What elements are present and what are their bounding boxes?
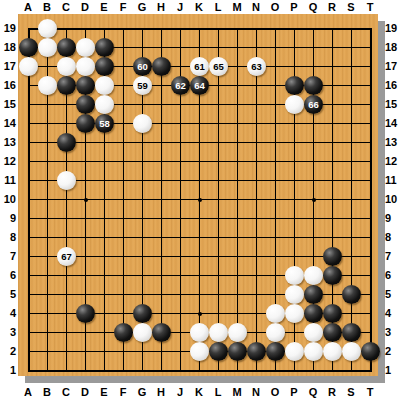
stone-white-O4 [266,304,285,323]
row-label-left-11: 11 [0,174,16,186]
grid-line-v [123,28,124,372]
stone-white-G3 [133,323,152,342]
row-label-left-2: 2 [0,345,16,357]
col-label-top-E: E [95,1,113,13]
stone-black-M2 [228,342,247,361]
col-label-bottom-N: N [247,386,265,398]
stone-white-Q2 [304,342,323,361]
row-label-right-14: 14 [385,117,400,129]
go-diagram: 60616563596264665867 AABBCCDDEEFFGGHHJJK… [0,0,400,400]
grid-line-h [28,142,372,143]
stone-black-Q15-move-66: 66 [304,95,323,114]
col-label-top-N: N [247,1,265,13]
row-label-left-13: 13 [0,136,16,148]
col-label-top-A: A [19,1,37,13]
col-label-bottom-P: P [285,386,303,398]
row-label-right-12: 12 [385,155,400,167]
row-label-left-16: 16 [0,79,16,91]
row-label-left-15: 15 [0,98,16,110]
row-label-left-1: 1 [0,364,16,376]
star-point-K4 [198,312,202,316]
stone-white-K2 [190,342,209,361]
col-label-bottom-K: K [190,386,208,398]
stone-white-L17-move-65: 65 [209,57,228,76]
col-label-bottom-S: S [342,386,360,398]
row-label-right-4: 4 [385,307,400,319]
stone-black-R7 [323,247,342,266]
stone-white-B19 [38,19,57,38]
col-label-bottom-T: T [361,386,379,398]
row-label-right-11: 11 [385,174,400,186]
grid-line-v [256,28,257,372]
stone-white-S2 [342,342,361,361]
col-label-bottom-G: G [133,386,151,398]
grid-line-h [28,161,372,162]
stone-black-J16-move-62: 62 [171,76,190,95]
row-label-right-7: 7 [385,250,400,262]
row-label-left-4: 4 [0,307,16,319]
row-label-right-17: 17 [385,60,400,72]
row-label-right-13: 13 [385,136,400,148]
col-label-top-M: M [228,1,246,13]
stone-black-C16 [57,76,76,95]
star-point-D10 [84,198,88,202]
stone-black-K16-move-64: 64 [190,76,209,95]
row-label-left-5: 5 [0,288,16,300]
grid-line-v [218,28,219,372]
col-label-top-K: K [190,1,208,13]
stone-white-C11 [57,171,76,190]
col-label-top-R: R [323,1,341,13]
stone-black-E17 [95,57,114,76]
col-label-top-D: D [76,1,94,13]
stone-black-A18 [19,38,38,57]
row-label-left-12: 12 [0,155,16,167]
row-label-left-6: 6 [0,269,16,281]
stone-black-F3 [114,323,133,342]
stone-black-Q16 [304,76,323,95]
grid-line-h [28,218,372,219]
col-label-top-P: P [285,1,303,13]
stone-black-G17-move-60: 60 [133,57,152,76]
row-label-right-10: 10 [385,193,400,205]
col-label-top-T: T [361,1,379,13]
star-point-K10 [198,198,202,202]
col-label-bottom-A: A [19,386,37,398]
col-label-top-H: H [152,1,170,13]
grid-line-h [28,180,372,181]
stone-black-C13 [57,133,76,152]
stone-black-G4 [133,304,152,323]
stone-black-Q5 [304,285,323,304]
row-label-right-16: 16 [385,79,400,91]
grid-line-v [161,28,162,372]
grid-line-v [28,28,30,372]
row-label-right-18: 18 [385,41,400,53]
col-label-bottom-H: H [152,386,170,398]
row-label-right-2: 2 [385,345,400,357]
stone-white-C7-move-67: 67 [57,247,76,266]
stone-white-Q3 [304,323,323,342]
col-label-bottom-F: F [114,386,132,398]
stone-black-L2 [209,342,228,361]
stone-white-N17-move-63: 63 [247,57,266,76]
grid-line-v [351,28,352,372]
stone-black-C18 [57,38,76,57]
col-label-top-C: C [57,1,75,13]
col-label-bottom-L: L [209,386,227,398]
stone-black-R3 [323,323,342,342]
col-label-top-L: L [209,1,227,13]
star-point-Q10 [312,198,316,202]
col-label-top-G: G [133,1,151,13]
col-label-bottom-D: D [76,386,94,398]
stone-white-C17 [57,57,76,76]
grid-line-h [28,370,372,372]
row-label-right-5: 5 [385,288,400,300]
row-label-right-1: 1 [385,364,400,376]
row-label-left-7: 7 [0,250,16,262]
stone-white-P15 [285,95,304,114]
stone-black-O2 [266,342,285,361]
stone-white-K17-move-61: 61 [190,57,209,76]
grid-line-v [370,28,372,372]
row-label-right-19: 19 [385,22,400,34]
col-label-top-J: J [171,1,189,13]
stone-black-D14 [76,114,95,133]
col-label-bottom-B: B [38,386,56,398]
stone-black-P16 [285,76,304,95]
stone-white-M3 [228,323,247,342]
stone-white-P5 [285,285,304,304]
stone-black-S5 [342,285,361,304]
row-label-right-3: 3 [385,326,400,338]
row-label-left-14: 14 [0,117,16,129]
col-label-bottom-R: R [323,386,341,398]
stone-black-E18 [95,38,114,57]
stone-black-N2 [247,342,266,361]
row-label-left-17: 17 [0,60,16,72]
col-label-top-B: B [38,1,56,13]
col-label-top-S: S [342,1,360,13]
grid-line-h [28,256,372,257]
stone-white-E15 [95,95,114,114]
stone-black-H3 [152,323,171,342]
stone-white-E16 [95,76,114,95]
stone-white-P6 [285,266,304,285]
stone-black-R4 [323,304,342,323]
stone-black-S3 [342,323,361,342]
col-label-top-O: O [266,1,284,13]
row-label-left-19: 19 [0,22,16,34]
go-board[interactable]: 60616563596264665867 [18,14,378,376]
stone-black-R6 [323,266,342,285]
col-label-top-F: F [114,1,132,13]
col-label-bottom-Q: Q [304,386,322,398]
col-label-top-Q: Q [304,1,322,13]
col-label-bottom-E: E [95,386,113,398]
grid-line-h [28,28,372,30]
row-label-left-3: 3 [0,326,16,338]
grid-line-h [28,237,372,238]
stone-black-H17 [152,57,171,76]
stone-white-D18 [76,38,95,57]
stone-white-Q6 [304,266,323,285]
row-label-left-9: 9 [0,212,16,224]
row-label-left-8: 8 [0,231,16,243]
stone-white-A17 [19,57,38,76]
row-label-right-6: 6 [385,269,400,281]
col-label-bottom-J: J [171,386,189,398]
stone-white-B18 [38,38,57,57]
stone-white-G16-move-59: 59 [133,76,152,95]
row-label-right-8: 8 [385,231,400,243]
stone-white-R2 [323,342,342,361]
row-label-left-10: 10 [0,193,16,205]
col-label-bottom-O: O [266,386,284,398]
col-label-bottom-C: C [57,386,75,398]
col-label-bottom-M: M [228,386,246,398]
stone-white-B16 [38,76,57,95]
stone-black-D4 [76,304,95,323]
stone-white-G14 [133,114,152,133]
stone-black-E14-move-58: 58 [95,114,114,133]
row-label-right-9: 9 [385,212,400,224]
stone-black-D16 [76,76,95,95]
stone-white-O3 [266,323,285,342]
stone-white-D17 [76,57,95,76]
grid-line-v [237,28,238,372]
stone-black-T2 [361,342,380,361]
stone-black-Q4 [304,304,323,323]
stone-white-L3 [209,323,228,342]
stone-white-P2 [285,342,304,361]
stone-white-P4 [285,304,304,323]
stone-black-D15 [76,95,95,114]
stone-white-K3 [190,323,209,342]
row-label-left-18: 18 [0,41,16,53]
row-label-right-15: 15 [385,98,400,110]
